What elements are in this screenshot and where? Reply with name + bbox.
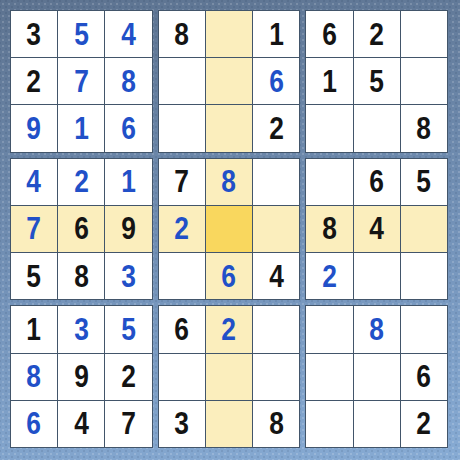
cell-r1c6[interactable]: 1 [253, 11, 299, 57]
given-digit: 6 [417, 361, 432, 392]
cell-r6c7[interactable]: 2 [306, 253, 352, 299]
cell-r1c4[interactable]: 8 [159, 11, 205, 57]
cell-r9c7[interactable] [306, 401, 352, 447]
cell-r8c4[interactable] [159, 354, 205, 400]
cell-r7c8[interactable]: 8 [354, 306, 400, 352]
box-3: 62158 [305, 10, 448, 153]
cell-r6c6[interactable]: 4 [253, 253, 299, 299]
box-7: 135892647 [10, 305, 153, 448]
cell-r5c6[interactable] [253, 206, 299, 252]
given-digit: 2 [121, 361, 136, 392]
box-4: 421769583 [10, 158, 153, 301]
entered-digit: 5 [74, 19, 89, 50]
cell-r7c5[interactable]: 2 [206, 306, 252, 352]
box-5: 78264 [158, 158, 301, 301]
entered-digit: 6 [27, 408, 42, 439]
given-digit: 7 [121, 408, 136, 439]
cell-r8c7[interactable] [306, 354, 352, 400]
given-digit: 6 [174, 314, 189, 345]
given-digit: 9 [74, 361, 89, 392]
cell-r1c2[interactable]: 5 [58, 11, 104, 57]
cell-r1c3[interactable]: 4 [105, 11, 151, 57]
given-digit: 1 [269, 19, 284, 50]
cell-r4c8[interactable]: 6 [354, 159, 400, 205]
box-8: 6238 [158, 305, 301, 448]
cell-r4c5[interactable]: 8 [206, 159, 252, 205]
entered-digit: 1 [74, 113, 89, 144]
given-digit: 2 [27, 66, 42, 97]
cell-r6c9[interactable] [401, 253, 447, 299]
cell-r3c3[interactable]: 6 [105, 105, 151, 151]
given-digit: 5 [417, 166, 432, 197]
entered-digit: 8 [121, 66, 136, 97]
entered-digit: 2 [174, 213, 189, 244]
given-digit: 5 [369, 66, 384, 97]
cell-r8c1[interactable]: 8 [11, 354, 57, 400]
entered-digit: 4 [121, 19, 136, 50]
entered-digit: 5 [121, 314, 136, 345]
cell-r5c8[interactable]: 4 [354, 206, 400, 252]
entered-digit: 8 [27, 361, 42, 392]
cell-r5c2[interactable]: 6 [58, 206, 104, 252]
cell-r2c6[interactable]: 6 [253, 58, 299, 104]
entered-digit: 7 [74, 66, 89, 97]
given-digit: 1 [27, 314, 42, 345]
cell-r5c5[interactable] [206, 206, 252, 252]
cell-r4c3[interactable]: 1 [105, 159, 151, 205]
cell-r5c3[interactable]: 9 [105, 206, 151, 252]
cell-r9c2[interactable]: 4 [58, 401, 104, 447]
cell-r6c3[interactable]: 3 [105, 253, 151, 299]
cell-r8c2[interactable]: 9 [58, 354, 104, 400]
cell-r9c9[interactable]: 2 [401, 401, 447, 447]
cell-r5c7[interactable]: 8 [306, 206, 352, 252]
given-digit: 1 [322, 66, 337, 97]
cell-r9c4[interactable]: 3 [159, 401, 205, 447]
given-digit: 8 [269, 408, 284, 439]
cell-r2c3[interactable]: 8 [105, 58, 151, 104]
given-digit: 4 [369, 213, 384, 244]
given-digit: 7 [174, 166, 189, 197]
cell-r7c3[interactable]: 5 [105, 306, 151, 352]
sudoku-board: 3542789168162621584217695837826465842135… [10, 10, 448, 448]
cell-r6c5[interactable]: 6 [206, 253, 252, 299]
cell-r9c1[interactable]: 6 [11, 401, 57, 447]
cell-r2c2[interactable]: 7 [58, 58, 104, 104]
cell-r3c8[interactable] [354, 105, 400, 151]
given-digit: 3 [174, 408, 189, 439]
entered-digit: 6 [222, 261, 237, 292]
entered-digit: 1 [121, 166, 136, 197]
cell-r3c4[interactable] [159, 105, 205, 151]
given-digit: 6 [74, 213, 89, 244]
cell-r7c7[interactable] [306, 306, 352, 352]
entered-digit: 2 [74, 166, 89, 197]
cell-r7c9[interactable] [401, 306, 447, 352]
cell-r2c4[interactable] [159, 58, 205, 104]
cell-r6c8[interactable] [354, 253, 400, 299]
cell-r2c5[interactable] [206, 58, 252, 104]
cell-r9c8[interactable] [354, 401, 400, 447]
sudoku-app: 3542789168162621584217695837826465842135… [0, 0, 460, 460]
cell-r3c6[interactable]: 2 [253, 105, 299, 151]
cell-r4c9[interactable]: 5 [401, 159, 447, 205]
cell-r1c9[interactable] [401, 11, 447, 57]
cell-r1c1[interactable]: 3 [11, 11, 57, 57]
cell-r3c7[interactable] [306, 105, 352, 151]
cell-r4c1[interactable]: 4 [11, 159, 57, 205]
cell-r2c8[interactable]: 5 [354, 58, 400, 104]
cell-r8c6[interactable] [253, 354, 299, 400]
entered-digit: 6 [121, 113, 136, 144]
entered-digit: 6 [269, 66, 284, 97]
cell-r5c1[interactable]: 7 [11, 206, 57, 252]
cell-r7c1[interactable]: 1 [11, 306, 57, 352]
cell-r9c5[interactable] [206, 401, 252, 447]
cell-r6c1[interactable]: 5 [11, 253, 57, 299]
entered-digit: 8 [369, 314, 384, 345]
entered-digit: 2 [322, 261, 337, 292]
given-digit: 4 [74, 408, 89, 439]
cell-r8c5[interactable] [206, 354, 252, 400]
entered-digit: 4 [27, 166, 42, 197]
given-digit: 2 [269, 113, 284, 144]
cell-r3c2[interactable]: 1 [58, 105, 104, 151]
given-digit: 5 [27, 261, 42, 292]
box-1: 354278916 [10, 10, 153, 153]
given-digit: 2 [369, 19, 384, 50]
cell-r1c5[interactable] [206, 11, 252, 57]
cell-r8c8[interactable] [354, 354, 400, 400]
cell-r3c9[interactable]: 8 [401, 105, 447, 151]
cell-r5c9[interactable] [401, 206, 447, 252]
given-digit: 3 [27, 19, 42, 50]
entered-digit: 8 [222, 166, 237, 197]
cell-r6c2[interactable]: 8 [58, 253, 104, 299]
cell-r5c4[interactable]: 2 [159, 206, 205, 252]
entered-digit: 3 [121, 261, 136, 292]
cell-r9c6[interactable]: 8 [253, 401, 299, 447]
cell-r2c1[interactable]: 2 [11, 58, 57, 104]
cell-r7c4[interactable]: 6 [159, 306, 205, 352]
given-digit: 8 [74, 261, 89, 292]
cell-r2c9[interactable] [401, 58, 447, 104]
box-6: 65842 [305, 158, 448, 301]
given-digit: 8 [322, 213, 337, 244]
entered-digit: 3 [74, 314, 89, 345]
given-digit: 8 [417, 113, 432, 144]
cell-r7c2[interactable]: 3 [58, 306, 104, 352]
cell-r8c3[interactable]: 2 [105, 354, 151, 400]
given-digit: 9 [121, 213, 136, 244]
cell-r4c2[interactable]: 2 [58, 159, 104, 205]
cell-r1c7[interactable]: 6 [306, 11, 352, 57]
box-2: 8162 [158, 10, 301, 153]
box-9: 862 [305, 305, 448, 448]
cell-r4c6[interactable] [253, 159, 299, 205]
entered-digit: 9 [27, 113, 42, 144]
given-digit: 4 [269, 261, 284, 292]
cell-r3c5[interactable] [206, 105, 252, 151]
given-digit: 6 [322, 19, 337, 50]
given-digit: 6 [369, 166, 384, 197]
cell-r6c4[interactable] [159, 253, 205, 299]
entered-digit: 7 [27, 213, 42, 244]
given-digit: 2 [417, 408, 432, 439]
cell-r4c4[interactable]: 7 [159, 159, 205, 205]
cell-r8c9[interactable]: 6 [401, 354, 447, 400]
cell-r4c7[interactable] [306, 159, 352, 205]
cell-r2c7[interactable]: 1 [306, 58, 352, 104]
cell-r7c6[interactable] [253, 306, 299, 352]
given-digit: 8 [174, 19, 189, 50]
entered-digit: 2 [222, 314, 237, 345]
cell-r1c8[interactable]: 2 [354, 11, 400, 57]
cell-r3c1[interactable]: 9 [11, 105, 57, 151]
cell-r9c3[interactable]: 7 [105, 401, 151, 447]
